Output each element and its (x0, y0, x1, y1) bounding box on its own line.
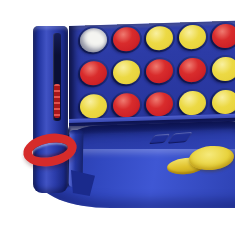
hole-socket (78, 91, 109, 120)
grid-cell (77, 23, 110, 57)
red-disc (113, 26, 140, 51)
yellow-disc (179, 24, 206, 49)
hole-socket (144, 89, 175, 118)
empty-hole (80, 27, 107, 52)
yellow-disc (80, 93, 107, 118)
hole-socket (177, 55, 208, 84)
hole-socket (210, 21, 235, 50)
hole-socket (78, 58, 109, 87)
connect-four-photo (0, 0, 235, 235)
grid-cell (77, 56, 110, 90)
stored-red-discs (54, 84, 60, 118)
red-disc (212, 23, 235, 48)
red-disc (179, 57, 206, 82)
embossed-logo (167, 132, 192, 144)
hole-socket (177, 22, 208, 51)
red-disc (113, 92, 140, 117)
grid-cell (209, 52, 235, 86)
red-disc (146, 91, 173, 116)
hole-socket (144, 23, 175, 52)
red-disc (146, 58, 173, 83)
hole-socket (210, 54, 235, 83)
board-grid (77, 19, 235, 123)
hole-socket (210, 87, 235, 116)
grid-cell (110, 22, 143, 56)
hole-socket (144, 56, 175, 85)
grid-cell (143, 54, 176, 88)
yellow-disc (113, 59, 140, 84)
game-board (69, 21, 235, 126)
grid-cell (176, 20, 209, 54)
hole-socket (111, 90, 142, 119)
grid-cell (110, 55, 143, 89)
grid-cell (176, 53, 209, 87)
grid-cell (209, 19, 235, 53)
hole-socket (111, 24, 142, 53)
support-leg (33, 26, 68, 193)
red-disc (80, 60, 107, 85)
yellow-disc (146, 25, 173, 50)
hole-socket (177, 88, 208, 117)
disc-storage-slot (53, 33, 61, 121)
yellow-disc (212, 56, 235, 81)
hole-socket (111, 57, 142, 86)
grid-cell (143, 21, 176, 55)
yellow-disc (212, 89, 235, 114)
hole-socket (78, 25, 109, 54)
yellow-disc (179, 90, 206, 115)
